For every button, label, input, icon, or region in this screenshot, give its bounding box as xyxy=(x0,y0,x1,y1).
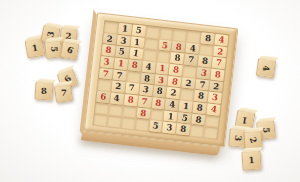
number-tile[interactable]: 4 xyxy=(110,92,124,104)
empty-slot xyxy=(150,109,164,121)
number-tile[interactable]: 3 xyxy=(117,34,131,46)
tile-digit: 8 xyxy=(173,65,180,74)
tile-digit: 8 xyxy=(175,42,182,51)
tile-digit: 3 xyxy=(158,75,165,84)
tile-digit: 8 xyxy=(155,99,162,108)
number-tile[interactable]: 5 xyxy=(158,39,172,51)
empty-slot xyxy=(180,89,194,101)
tile-digit: 7 xyxy=(199,80,205,89)
tile-digit: 8 xyxy=(198,92,205,101)
tile-digit: 2 xyxy=(115,82,122,91)
tile-digit: 1 xyxy=(159,64,165,73)
number-tile[interactable]: 1 xyxy=(130,36,144,48)
empty-slot xyxy=(126,71,140,83)
cube-digit: 3 xyxy=(233,135,242,142)
tile-digit: 8 xyxy=(195,115,202,124)
empty-slot xyxy=(144,38,158,50)
cube-digit: 7 xyxy=(60,89,66,98)
empty-slot xyxy=(122,106,136,118)
number-tile[interactable]: 3 xyxy=(100,56,114,68)
tile-digit: 8 xyxy=(105,46,112,55)
number-tile[interactable]: 8 xyxy=(151,97,165,109)
tile-digit: 7 xyxy=(129,84,135,93)
tile-digit: 1 xyxy=(117,59,124,68)
empty-slot xyxy=(205,115,219,127)
number-tile[interactable]: 5 xyxy=(132,24,146,36)
empty-slot xyxy=(190,125,204,137)
tile-digit: 2 xyxy=(170,89,177,98)
tile-digit: 5 xyxy=(161,40,168,49)
empty-slot xyxy=(173,29,187,41)
number-tile[interactable]: 4 xyxy=(186,42,200,54)
tile-digit: 4 xyxy=(189,44,195,53)
tile-digit: 3 xyxy=(211,93,218,102)
number-tile[interactable]: 7 xyxy=(184,54,198,66)
number-tile[interactable]: 8 xyxy=(170,52,184,64)
number-tile[interactable]: 8 xyxy=(128,59,142,71)
tile-digit: 7 xyxy=(102,69,109,78)
number-tile[interactable]: 7 xyxy=(99,68,113,80)
tile-digit: 2 xyxy=(217,47,224,56)
tile-digit: 7 xyxy=(188,55,195,64)
tile-digit: 7 xyxy=(141,97,148,106)
number-tile[interactable]: 8 xyxy=(140,72,154,84)
number-tile[interactable]: 3 xyxy=(197,67,211,79)
cube-digit: 5 xyxy=(49,46,58,52)
tile-digit: 3 xyxy=(120,36,127,45)
tile-digit: 3 xyxy=(104,58,110,67)
cube-digit: 2 xyxy=(248,136,258,144)
tile-digit: 8 xyxy=(196,103,203,112)
tile-digit: 4 xyxy=(218,35,225,44)
tile-digit: 4 xyxy=(210,105,217,114)
tile-digit: 7 xyxy=(215,59,222,68)
number-tile[interactable]: 4 xyxy=(207,103,221,115)
tile-digit: 8 xyxy=(214,70,220,79)
tile-digit: 8 xyxy=(156,87,163,96)
number-tile[interactable]: 8 xyxy=(168,76,182,88)
number-tile[interactable]: 2 xyxy=(103,33,117,45)
tile-digit: 8 xyxy=(131,61,138,70)
empty-slot xyxy=(143,49,157,61)
empty-slot xyxy=(159,28,173,40)
board-frame: 1584231584285187873184183877838272273828… xyxy=(84,12,239,147)
empty-slot xyxy=(95,102,109,114)
number-tile[interactable]: 8 xyxy=(201,32,215,44)
empty-slot xyxy=(97,79,111,91)
number-tile[interactable]: 8 xyxy=(211,69,225,81)
number-tile[interactable]: 4 xyxy=(165,99,179,111)
number-tile[interactable]: 5 xyxy=(178,112,192,124)
number-tile[interactable]: 7 xyxy=(125,82,139,94)
empty-slot xyxy=(104,21,118,33)
tile-digit: 2 xyxy=(106,34,113,43)
empty-slot xyxy=(204,127,218,139)
number-tile[interactable]: 2 xyxy=(209,80,223,92)
tile-digit: 4 xyxy=(145,62,152,71)
tile-digit: 3 xyxy=(166,123,173,132)
tile-digit: 1 xyxy=(167,112,174,121)
tile-digit: 2 xyxy=(185,79,192,88)
board-grid: 1584231584285187873184183877838272273828… xyxy=(94,21,229,138)
tile-digit: 5 xyxy=(152,122,159,131)
sudoku-board: 1584231584285187873184183877838272273828… xyxy=(84,12,239,147)
tile-digit: 8 xyxy=(171,77,178,86)
number-tile[interactable]: 8 xyxy=(193,102,207,114)
loose-number-cube[interactable]: 8 xyxy=(34,81,53,100)
number-tile[interactable]: 6 xyxy=(96,91,110,103)
empty-slot xyxy=(157,51,171,63)
number-tile[interactable]: 8 xyxy=(153,86,167,98)
number-tile[interactable]: 3 xyxy=(163,122,177,134)
number-tile[interactable]: 8 xyxy=(198,55,212,67)
empty-slot xyxy=(187,31,201,43)
number-tile[interactable]: 3 xyxy=(139,84,153,96)
number-tile[interactable]: 1 xyxy=(118,23,132,35)
number-tile[interactable]: 5 xyxy=(115,46,129,58)
loose-number-cube[interactable]: 7 xyxy=(54,84,73,103)
number-tile[interactable]: 4 xyxy=(214,34,228,46)
number-tile[interactable]: 7 xyxy=(113,69,127,81)
empty-slot xyxy=(135,119,149,131)
empty-slot xyxy=(109,104,123,116)
tile-digit: 8 xyxy=(127,95,134,104)
board-tray: 1584231584285187873184183877838272273828… xyxy=(92,20,229,140)
cube-digit: 8 xyxy=(41,87,47,96)
scene: 1584231584285187873184183877838272273828… xyxy=(0,0,300,182)
tile-digit: 8 xyxy=(205,34,211,43)
empty-slot xyxy=(183,66,197,78)
tile-digit: 7 xyxy=(116,71,123,80)
number-tile[interactable]: 3 xyxy=(154,74,168,86)
empty-slot xyxy=(94,114,108,126)
tile-digit: 1 xyxy=(132,49,139,58)
number-tile[interactable]: 8 xyxy=(172,41,186,53)
number-tile[interactable]: 2 xyxy=(111,81,125,93)
number-tile[interactable]: 1 xyxy=(164,110,178,122)
number-tile[interactable]: 1 xyxy=(114,58,128,70)
tile-digit: 8 xyxy=(202,57,209,66)
tile-digit: 4 xyxy=(114,94,120,103)
number-tile[interactable]: 8 xyxy=(101,44,115,56)
number-tile[interactable]: 7 xyxy=(195,79,209,91)
number-tile[interactable]: 5 xyxy=(149,120,163,132)
cube-digit: 1 xyxy=(241,115,248,124)
loose-number-cube[interactable]: 6 xyxy=(60,41,80,61)
tile-digit: 4 xyxy=(169,100,175,109)
cube-digit: 4 xyxy=(262,65,271,71)
tile-digit: 8 xyxy=(140,109,147,118)
tile-digit: 3 xyxy=(200,68,207,77)
number-tile[interactable]: 7 xyxy=(138,96,152,108)
tile-digit: 8 xyxy=(180,125,187,134)
number-tile[interactable]: 8 xyxy=(124,94,138,106)
tile-digit: 3 xyxy=(142,85,149,94)
tile-digit: 1 xyxy=(183,102,190,111)
number-tile[interactable]: 1 xyxy=(155,62,169,74)
empty-slot xyxy=(199,44,213,56)
tile-digit: 8 xyxy=(174,54,180,63)
number-tile[interactable]: 8 xyxy=(191,113,205,125)
cube-digit: 1 xyxy=(248,156,255,165)
tile-digit: 1 xyxy=(121,24,128,33)
tile-digit: 5 xyxy=(181,113,188,122)
number-tile[interactable]: 8 xyxy=(136,107,150,119)
number-tile[interactable]: 8 xyxy=(194,90,208,102)
number-tile[interactable]: 4 xyxy=(142,61,156,73)
number-tile[interactable]: 2 xyxy=(182,77,196,89)
loose-number-cube[interactable]: 4 xyxy=(256,58,276,78)
empty-slot xyxy=(107,116,121,128)
tile-digit: 8 xyxy=(144,74,150,83)
number-tile[interactable]: 1 xyxy=(129,48,143,60)
empty-slot xyxy=(121,117,135,129)
cube-digit: 6 xyxy=(65,45,74,55)
number-tile[interactable]: 1 xyxy=(179,100,193,112)
cube-digit: 1 xyxy=(31,43,38,52)
number-tile[interactable]: 3 xyxy=(208,92,222,104)
tile-digit: 5 xyxy=(119,48,125,57)
tile-digit: 6 xyxy=(100,92,107,101)
number-tile[interactable]: 8 xyxy=(176,123,190,135)
tile-digit: 1 xyxy=(134,38,140,47)
number-tile[interactable]: 8 xyxy=(169,64,183,76)
loose-number-cube[interactable]: 1 xyxy=(241,150,261,170)
empty-slot xyxy=(145,26,159,38)
number-tile[interactable]: 7 xyxy=(212,57,226,69)
number-tile[interactable]: 2 xyxy=(213,45,227,57)
number-tile[interactable]: 2 xyxy=(166,87,180,99)
tile-digit: 5 xyxy=(135,26,142,35)
tile-digit: 2 xyxy=(213,82,220,91)
